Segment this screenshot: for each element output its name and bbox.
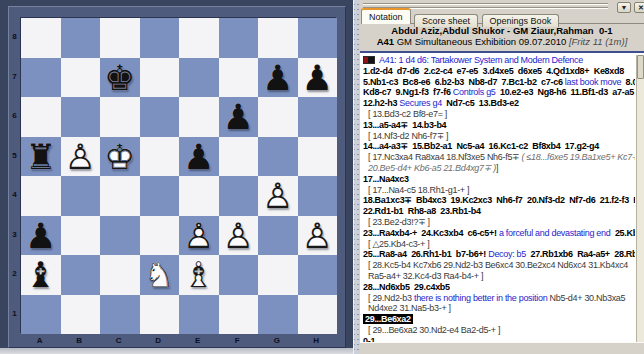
move-text[interactable]: 10.e2-e3 Ng8-h6 11.Bf1-d3 a7-a5 — [496, 87, 634, 97]
square-c3[interactable] — [100, 216, 140, 256]
piece-bp[interactable]: ♟ — [298, 58, 338, 98]
move-text[interactable]: [ 29...Be6xa2 30.Nd2-e4 Ba2-d5-+ ] — [368, 325, 500, 335]
notation-line[interactable]: 25...Ra8-a4 26.Rh1-b1 b7-b6+! Decoy: b5 … — [363, 249, 635, 260]
move-text[interactable]: 14...a4-a3∓ 15.Bb2-a1 Nc5-a4 16.Kc1-c2 B… — [363, 141, 599, 151]
rank-label-6: 6 — [9, 96, 20, 136]
current-move[interactable]: 29...Be6xa2 — [363, 314, 413, 324]
event-line: A41 GM Simultaneous Exhibition 09.07.201… — [360, 36, 644, 47]
move-text[interactable]: 23...Ra4xb4-+ 24.Kc3xb4 c6-c5+! — [363, 228, 499, 238]
annotation-text: Controls g5 — [453, 87, 496, 97]
piece-bp[interactable]: ♟ — [179, 137, 219, 177]
move-text[interactable]: 27.Rb1xb6 Ra4-a5+ 28.Rb6-b5 — [526, 249, 635, 259]
square-g4[interactable]: ♟♙ — [258, 176, 298, 216]
notation-line[interactable]: 28...Nd6xb5 29.c4xb5 — [363, 282, 635, 293]
board-grid: ♚♟♟♟♜♟♙♚♔♟♟♙♟♟♙♟♙♟♙♝♞♘♝♗ — [20, 17, 336, 333]
piece-wp[interactable]: ♟♙ — [219, 216, 259, 256]
square-f6[interactable]: ♟ — [219, 97, 259, 137]
move-text[interactable]: [ 14.Nf3-d2 Nh6-f7∓ ] — [368, 131, 448, 141]
notation-line[interactable]: 20.Be5-d4+ Kb6-a5 21.Bd4xg7∓ )] — [363, 163, 635, 174]
square-b7[interactable] — [61, 58, 101, 98]
square-h6[interactable] — [298, 97, 338, 137]
move-text[interactable]: 13...a5-a4∓ 14.b3-b4 — [363, 120, 446, 130]
fritz-window: 87654321 ♚♟♟♟♜♟♙♚♔♟♟♙♟♟♙♟♙♟♙♝♞♘♝♗ ABCDEF… — [0, 0, 644, 354]
square-c5[interactable]: ♚♔ — [100, 137, 140, 177]
move-text[interactable]: Kd8-c7 9.Ng1-f3 f7-f6 — [363, 87, 453, 97]
move-text[interactable]: [ 28.Kc5-b4 Kc7xb6 29.Nd2-b3 Be6xc4 30.B… — [368, 260, 628, 270]
piece-wk[interactable]: ♚♔ — [100, 137, 140, 177]
rank-label-8: 8 — [9, 17, 20, 57]
move-text[interactable]: ] — [496, 163, 498, 173]
players-result: Abdul Aziz,Abdul Shukor - GM Ziaur,Rahma… — [360, 25, 644, 36]
move-text[interactable]: [ 13.Bd3-c2 Bf8-e7= ] — [368, 109, 447, 119]
square-e4[interactable] — [179, 176, 219, 216]
piece-bp[interactable]: ♟ — [219, 97, 259, 137]
groove-line — [363, 3, 608, 5]
piece-wn[interactable]: ♞♘ — [140, 255, 180, 295]
notation-content: A41: 1 d4 d6: Tartakower System and Mode… — [363, 55, 635, 342]
move-text[interactable]: [ 17...Na4-c5 18.Rh1-g1-+ ] — [368, 185, 469, 195]
piece-wp[interactable]: ♟♙ — [179, 216, 219, 256]
square-g1[interactable] — [258, 295, 298, 335]
square-d3[interactable] — [140, 216, 180, 256]
rank-label-4: 4 — [9, 175, 20, 215]
move-text[interactable]: 1.d2-d4 d7-d6 2.c2-c4 e7-e5 3.d4xe5 d6xe… — [363, 66, 624, 76]
notation-line[interactable]: 18.Ba1xc3∓ Bb4xc3 19.Kc2xc3 Nh6-f7 20.Nf… — [363, 195, 635, 206]
square-e5[interactable]: ♟ — [179, 137, 219, 177]
piece-outline: ♙ — [219, 216, 259, 256]
notation-line[interactable]: Kd8-c7 9.Ng1-f3 f7-f6 Controls g5 10.e2-… — [363, 87, 635, 98]
piece-outline: ♙ — [179, 216, 219, 256]
square-g6[interactable] — [258, 97, 298, 137]
notation-line[interactable]: Nd4xe2 31.Na5-b3-+ ] — [363, 303, 635, 314]
square-c1[interactable] — [100, 295, 140, 335]
pane-splitter[interactable] — [353, 0, 360, 354]
piece-glyph: ♚ — [100, 58, 140, 98]
board-frame: 87654321 ♚♟♟♟♜♟♙♚♔♟♟♙♟♟♙♟♙♟♙♝♞♘♝♗ ABCDEF… — [8, 6, 346, 348]
rank-label-2: 2 — [9, 254, 20, 294]
notation-line[interactable]: 17...Na4xc3 — [363, 174, 635, 185]
square-c8[interactable] — [100, 18, 140, 58]
square-e2[interactable]: ♝♗ — [179, 255, 219, 295]
piece-glyph: ♟ — [21, 216, 61, 256]
notation-line[interactable]: [ 23.Be2-d3!?∓ ] — [363, 217, 635, 228]
move-text[interactable]: [ 17.Nc3xa4 Ra8xa4 18.Nf3xe5 Nh6-f5∓ — [368, 152, 522, 162]
piece-outline: ♙ — [258, 176, 298, 216]
notation-line[interactable]: [ 14.Nf3-d2 Nh6-f7∓ ] — [363, 131, 635, 142]
piece-wp[interactable]: ♟♙ — [298, 216, 338, 256]
piece-outline: ♘ — [140, 255, 180, 295]
move-text[interactable]: ( ≤18...f6xe5 19.Ba1xe5+ Kc7-b6 — [522, 152, 635, 162]
notation-scrollbar[interactable] — [636, 55, 644, 342]
move-text[interactable]: Ra5-a4+ 32.Kc4-d3 Ra4-b4-+ ] — [368, 271, 483, 281]
square-e7[interactable] — [179, 58, 219, 98]
rank-label-3: 3 — [9, 215, 20, 255]
piece-outline: ♙ — [61, 137, 101, 177]
square-f1[interactable] — [219, 295, 259, 335]
piece-bb[interactable]: ♝ — [21, 255, 61, 295]
square-h7[interactable]: ♟ — [298, 58, 338, 98]
engine-note: [Fritz 11 (1m)] — [569, 36, 627, 47]
move-text[interactable]: 25...Ra8-a4 26.Rh1-b1 b7-b6+! — [363, 249, 488, 259]
annotation-text: Decoy: b5 — [488, 249, 526, 259]
square-h1[interactable] — [298, 295, 338, 335]
square-f3[interactable]: ♟♙ — [219, 216, 259, 256]
square-f5[interactable] — [219, 137, 259, 177]
square-f8[interactable] — [219, 18, 259, 58]
piece-br[interactable]: ♜ — [21, 137, 61, 177]
notation-line[interactable]: Ra5-a4+ 32.Kc4-d3 Ra4-b4-+ ] — [363, 271, 635, 282]
file-label-g: G — [257, 334, 297, 347]
square-d7[interactable] — [140, 58, 180, 98]
square-f2[interactable] — [219, 255, 259, 295]
square-f4[interactable] — [219, 176, 259, 216]
file-label-b: B — [60, 334, 100, 347]
move-text[interactable]: 5.Nb1-c3 Bc8-e6 6.b2-b3 Nb8-d7 7.Bc1-b2 … — [363, 77, 565, 87]
square-d8[interactable] — [140, 18, 180, 58]
notation-line[interactable]: 22.Rd1-b1 Rh8-a8 23.Rb1-b4 — [363, 206, 635, 217]
square-d2[interactable]: ♞♘ — [140, 255, 180, 295]
notation-line[interactable]: A41: 1 d4 d6: Tartakower System and Mode… — [363, 55, 635, 66]
event-name: GM Simultaneous Exhibition 09.07.2010 — [394, 36, 569, 47]
square-d5[interactable] — [140, 137, 180, 177]
square-e1[interactable] — [179, 295, 219, 335]
file-label-d: D — [139, 334, 179, 347]
notation-line[interactable]: [ △25.Kb4-c3-+ ] — [363, 239, 635, 250]
opening-book-icon — [363, 56, 375, 64]
square-c4[interactable] — [100, 176, 140, 216]
move-text[interactable]: 22.Rd1-b1 Rh8-a8 23.Rb1-b4 — [363, 206, 481, 216]
piece-glyph: ♟ — [219, 97, 259, 137]
square-b3[interactable] — [61, 216, 101, 256]
piece-bp[interactable]: ♟ — [258, 58, 298, 98]
move-text[interactable]: 17...Na4xc3 — [363, 174, 409, 184]
square-h2[interactable] — [298, 255, 338, 295]
move-text[interactable]: 18.Ba1xc3∓ Bb4xc3 19.Kc2xc3 Nh6-f7 20.Nf… — [363, 195, 635, 205]
file-labels: ABCDEFGH — [20, 334, 336, 347]
window-bottom-edge — [0, 348, 353, 354]
square-b2[interactable] — [61, 255, 101, 295]
rank-label-1: 1 — [9, 294, 20, 334]
notation-line[interactable]: 1.d2-d4 d7-d6 2.c2-c4 e7-e5 3.d4xe5 d6xe… — [363, 66, 635, 77]
square-b8[interactable] — [61, 18, 101, 58]
square-h8[interactable] — [298, 18, 338, 58]
piece-outline: ♙ — [298, 216, 338, 256]
square-a1[interactable] — [21, 295, 61, 335]
move-text[interactable]: [ △25.Kb4-c3-+ ] — [368, 239, 429, 249]
rank-label-7: 7 — [9, 57, 20, 97]
scrollbar-thumb[interactable] — [637, 55, 644, 79]
square-g8[interactable] — [258, 18, 298, 58]
rank-labels: 87654321 — [9, 17, 20, 333]
square-h5[interactable] — [298, 137, 338, 177]
pane-bottom-strip — [360, 342, 644, 354]
annotation-text: a forceful and devastating end — [499, 228, 611, 238]
piece-outline: ♔ — [100, 137, 140, 177]
move-text[interactable]: 25.Kb4xc5 — [610, 228, 635, 238]
square-c7[interactable]: ♚ — [100, 58, 140, 98]
square-c6[interactable] — [100, 97, 140, 137]
square-e8[interactable] — [179, 18, 219, 58]
notation-line[interactable]: 14...a4-a3∓ 15.Bb2-a1 Nc5-a4 16.Kc1-c2 B… — [363, 141, 635, 152]
move-text[interactable]: 20.Be5-d4+ Kb6-a5 21.Bd4xg7∓ ) — [368, 163, 496, 173]
notation-line[interactable]: 13...a5-a4∓ 14.b3-b4 — [363, 120, 635, 131]
square-g5[interactable] — [258, 137, 298, 177]
square-d4[interactable] — [140, 176, 180, 216]
rank-label-5: 5 — [9, 136, 20, 176]
square-a7[interactable] — [21, 58, 61, 98]
square-a8[interactable] — [21, 18, 61, 58]
square-d6[interactable] — [140, 97, 180, 137]
file-label-a: A — [20, 334, 60, 347]
piece-glyph: ♟ — [179, 137, 219, 177]
square-a2[interactable]: ♝ — [21, 255, 61, 295]
square-h4[interactable] — [298, 176, 338, 216]
piece-glyph: ♜ — [21, 137, 61, 177]
tab-bar: Notation Score sheet Openings Book — [361, 8, 644, 24]
move-text[interactable]: 8.0-0-0 — [621, 77, 635, 87]
square-e6[interactable] — [179, 97, 219, 137]
square-c2[interactable] — [100, 255, 140, 295]
square-b1[interactable] — [61, 295, 101, 335]
square-g7[interactable]: ♟ — [258, 58, 298, 98]
move-text[interactable]: [ 23.Be2-d3!?∓ ] — [368, 217, 430, 227]
move-text[interactable]: A41: 1 d4 d6: Tartakower System and Mode… — [379, 55, 583, 65]
move-text[interactable]: 28...Nd6xb5 29.c4xb5 — [363, 282, 450, 292]
square-b6[interactable] — [61, 97, 101, 137]
move-text[interactable]: Nd4xe2 31.Na5-b3-+ ] — [368, 303, 451, 313]
piece-outline: ♗ — [179, 255, 219, 295]
piece-glyph: ♟ — [298, 58, 338, 98]
piece-bk[interactable]: ♚ — [100, 58, 140, 98]
file-label-f: F — [218, 334, 258, 347]
square-b5[interactable]: ♟♙ — [61, 137, 101, 177]
square-h3[interactable]: ♟♙ — [298, 216, 338, 256]
piece-wb[interactable]: ♝♗ — [179, 255, 219, 295]
annotation-text: last book move — [565, 77, 621, 87]
notation-line[interactable]: 5.Nb1-c3 Bc8-e6 6.b2-b3 Nb8-d7 7.Bc1-b2 … — [363, 77, 635, 88]
file-label-h: H — [297, 334, 337, 347]
square-b4[interactable] — [61, 176, 101, 216]
move-text[interactable]: [ 29.Nd2-b3 — [368, 293, 414, 303]
file-label-e: E — [178, 334, 218, 347]
square-d1[interactable] — [140, 295, 180, 335]
move-text[interactable]: Nb5-d4+ 30.Nb3xa5 — [547, 293, 625, 303]
move-text[interactable]: Nd7-c5 13.Bd3-e2 — [442, 98, 519, 108]
square-g3[interactable] — [258, 216, 298, 256]
notation-pane: ▼ ✕ Notation Score sheet Openings Book A… — [360, 0, 644, 354]
notation-line[interactable]: [ 28.Kc5-b4 Kc7xb6 29.Nd2-b3 Be6xc4 30.B… — [363, 260, 635, 271]
square-f7[interactable] — [219, 58, 259, 98]
notation-line[interactable]: [ 29.Nd2-b3 there is nothing better in t… — [363, 293, 635, 304]
notation-line[interactable]: [ 13.Bd3-c2 Bf8-e7= ] — [363, 109, 635, 120]
notation-line[interactable]: 29...Be6xa2 — [363, 314, 635, 325]
file-label-c: C — [99, 334, 139, 347]
piece-wp[interactable]: ♟♙ — [258, 176, 298, 216]
game-header: Abdul Aziz,Abdul Shukor - GM Ziaur,Rahma… — [360, 25, 644, 49]
piece-bp[interactable]: ♟ — [21, 216, 61, 256]
eco-code: A41 — [377, 36, 394, 47]
annotation-text: Secures g4 — [399, 98, 442, 108]
notation-line[interactable]: [ 29...Be6xa2 30.Nd2-e4 Ba2-d5-+ ] — [363, 325, 635, 336]
annotation-text: there is nothing better in the position — [414, 293, 547, 303]
piece-glyph: ♝ — [21, 255, 61, 295]
notation-line[interactable]: [ 17...Na4-c5 18.Rh1-g1-+ ] — [363, 185, 635, 196]
board-pane: 87654321 ♚♟♟♟♜♟♙♚♔♟♟♙♟♟♙♟♙♟♙♝♞♘♝♗ ABCDEF… — [0, 0, 353, 354]
square-a4[interactable] — [21, 176, 61, 216]
notation-line[interactable]: 23...Ra4xb4-+ 24.Kc3xb4 c6-c5+! a forcef… — [363, 228, 635, 239]
tab-notation[interactable]: Notation — [361, 8, 411, 24]
square-g2[interactable] — [258, 255, 298, 295]
piece-glyph: ♟ — [258, 58, 298, 98]
piece-wp[interactable]: ♟♙ — [61, 137, 101, 177]
move-text[interactable]: 12.h2-h3 — [363, 98, 399, 108]
notation-line[interactable]: 12.h2-h3 Secures g4 Nd7-c5 13.Bd3-e2 — [363, 98, 635, 109]
square-e3[interactable]: ♟♙ — [179, 216, 219, 256]
notation-box: A41: 1 d4 d6: Tartakower System and Mode… — [360, 51, 644, 342]
square-a3[interactable]: ♟ — [21, 216, 61, 256]
notation-line[interactable]: [ 17.Nc3xa4 Ra8xa4 18.Nf3xe5 Nh6-f5∓ ( ≤… — [363, 152, 635, 163]
square-a6[interactable] — [21, 97, 61, 137]
square-a5[interactable]: ♜ — [21, 137, 61, 177]
